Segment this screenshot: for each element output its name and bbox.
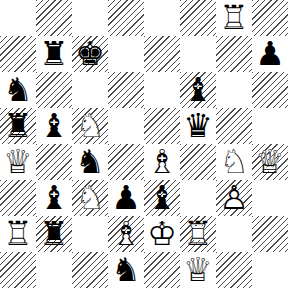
square-b7[interactable]: ♜ [36, 36, 72, 72]
black-pawn-glyph: ♟ [252, 36, 288, 72]
square-g5[interactable] [216, 108, 252, 144]
square-g7[interactable] [216, 36, 252, 72]
square-d5[interactable] [108, 108, 144, 144]
black-bishop-glyph: ♝ [180, 72, 216, 108]
black-king-piece: ♚ [72, 36, 108, 72]
square-h4[interactable]: ♛♕ [252, 144, 288, 180]
white-queen-glyph: ♕ [180, 252, 216, 288]
black-bishop-piece: ♝ [36, 108, 72, 144]
black-pawn-piece: ♟ [108, 180, 144, 216]
white-bishop-glyph: ♗ [144, 144, 180, 180]
black-rook-piece: ♜ [36, 36, 72, 72]
white-rook-glyph: ♖ [216, 0, 252, 36]
square-a4[interactable]: ♛♕ [0, 144, 36, 180]
white-knight-glyph: ♘ [216, 144, 252, 180]
white-queen-piece: ♛♕ [0, 144, 36, 180]
square-e5[interactable] [144, 108, 180, 144]
square-a7[interactable] [0, 36, 36, 72]
square-b6[interactable] [36, 72, 72, 108]
square-d3[interactable]: ♟ [108, 180, 144, 216]
white-pawn-piece: ♟♙ [216, 180, 252, 216]
square-g2[interactable] [216, 216, 252, 252]
black-bishop-piece: ♝ [144, 180, 180, 216]
square-f2[interactable]: ♜♖ [180, 216, 216, 252]
square-a3[interactable] [0, 180, 36, 216]
white-rook-piece: ♜♖ [0, 216, 36, 252]
white-knight-piece: ♞♘ [216, 144, 252, 180]
white-rook-glyph: ♖ [180, 216, 216, 252]
square-d6[interactable] [108, 72, 144, 108]
white-queen-piece: ♛♕ [180, 252, 216, 288]
square-d8[interactable] [108, 0, 144, 36]
square-g1[interactable] [216, 252, 252, 288]
white-rook-piece: ♜♖ [216, 0, 252, 36]
black-pawn-piece: ♟ [252, 36, 288, 72]
white-king-piece: ♚♔ [144, 216, 180, 252]
square-h8[interactable] [252, 0, 288, 36]
square-c1[interactable] [72, 252, 108, 288]
white-pawn-glyph: ♙ [216, 180, 252, 216]
square-f4[interactable] [180, 144, 216, 180]
black-bishop-glyph: ♝ [36, 108, 72, 144]
square-e4[interactable]: ♝♗ [144, 144, 180, 180]
square-a2[interactable]: ♜♖ [0, 216, 36, 252]
black-queen-glyph: ♛ [180, 108, 216, 144]
square-g8[interactable]: ♜♖ [216, 0, 252, 36]
black-knight-glyph: ♞ [108, 252, 144, 288]
square-b1[interactable] [36, 252, 72, 288]
white-bishop-piece: ♝♗ [108, 216, 144, 252]
black-knight-piece: ♞ [0, 72, 36, 108]
square-a5[interactable]: ♜ [0, 108, 36, 144]
square-d2[interactable]: ♝♗ [108, 216, 144, 252]
white-queen-glyph: ♕ [252, 144, 288, 180]
square-b3[interactable]: ♝ [36, 180, 72, 216]
square-b8[interactable] [36, 0, 72, 36]
square-f5[interactable]: ♛ [180, 108, 216, 144]
black-knight-piece: ♞ [72, 144, 108, 180]
white-queen-piece: ♛♕ [252, 144, 288, 180]
chess-board: ♜♖♜♚♟♞♝♜♝♞♘♛♛♕♞♝♗♞♘♛♕♝♞♘♟♝♟♙♜♖♜♝♗♚♔♜♖♞♛♕ [0, 0, 288, 288]
square-h7[interactable]: ♟ [252, 36, 288, 72]
white-rook-glyph: ♖ [0, 216, 36, 252]
square-d1[interactable]: ♞ [108, 252, 144, 288]
black-rook-piece: ♜ [36, 216, 72, 252]
square-d7[interactable] [108, 36, 144, 72]
square-a1[interactable] [0, 252, 36, 288]
black-knight-glyph: ♞ [0, 72, 36, 108]
white-bishop-glyph: ♗ [108, 216, 144, 252]
square-d4[interactable] [108, 144, 144, 180]
square-f6[interactable]: ♝ [180, 72, 216, 108]
square-e7[interactable] [144, 36, 180, 72]
white-knight-piece: ♞♘ [72, 180, 108, 216]
square-h5[interactable] [252, 108, 288, 144]
square-e6[interactable] [144, 72, 180, 108]
square-g4[interactable]: ♞♘ [216, 144, 252, 180]
square-h3[interactable] [252, 180, 288, 216]
square-e3[interactable]: ♝ [144, 180, 180, 216]
black-rook-glyph: ♜ [36, 36, 72, 72]
square-e8[interactable] [144, 0, 180, 36]
square-b2[interactable]: ♜ [36, 216, 72, 252]
black-king-glyph: ♚ [72, 36, 108, 72]
square-c4[interactable]: ♞ [72, 144, 108, 180]
square-b5[interactable]: ♝ [36, 108, 72, 144]
white-bishop-piece: ♝♗ [144, 144, 180, 180]
square-c2[interactable] [72, 216, 108, 252]
white-knight-glyph: ♘ [72, 180, 108, 216]
black-knight-piece: ♞ [108, 252, 144, 288]
square-c7[interactable]: ♚ [72, 36, 108, 72]
square-f8[interactable] [180, 0, 216, 36]
square-c6[interactable] [72, 72, 108, 108]
black-queen-piece: ♛ [180, 108, 216, 144]
square-g6[interactable] [216, 72, 252, 108]
square-c3[interactable]: ♞♘ [72, 180, 108, 216]
square-f7[interactable] [180, 36, 216, 72]
square-c8[interactable] [72, 0, 108, 36]
square-f1[interactable]: ♛♕ [180, 252, 216, 288]
square-h6[interactable] [252, 72, 288, 108]
white-knight-glyph: ♘ [72, 108, 108, 144]
square-b4[interactable] [36, 144, 72, 180]
square-a6[interactable]: ♞ [0, 72, 36, 108]
square-h2[interactable] [252, 216, 288, 252]
black-bishop-glyph: ♝ [144, 180, 180, 216]
white-king-glyph: ♔ [144, 216, 180, 252]
square-f3[interactable] [180, 180, 216, 216]
white-knight-piece: ♞♘ [72, 108, 108, 144]
square-a8[interactable] [0, 0, 36, 36]
black-knight-glyph: ♞ [72, 144, 108, 180]
black-bishop-glyph: ♝ [36, 180, 72, 216]
white-rook-piece: ♜♖ [180, 216, 216, 252]
square-c5[interactable]: ♞♘ [72, 108, 108, 144]
square-e1[interactable] [144, 252, 180, 288]
black-rook-glyph: ♜ [36, 216, 72, 252]
white-queen-glyph: ♕ [0, 144, 36, 180]
black-rook-glyph: ♜ [0, 108, 36, 144]
square-e2[interactable]: ♚♔ [144, 216, 180, 252]
black-bishop-piece: ♝ [180, 72, 216, 108]
square-h1[interactable] [252, 252, 288, 288]
black-rook-piece: ♜ [0, 108, 36, 144]
black-bishop-piece: ♝ [36, 180, 72, 216]
black-pawn-glyph: ♟ [108, 180, 144, 216]
square-g3[interactable]: ♟♙ [216, 180, 252, 216]
